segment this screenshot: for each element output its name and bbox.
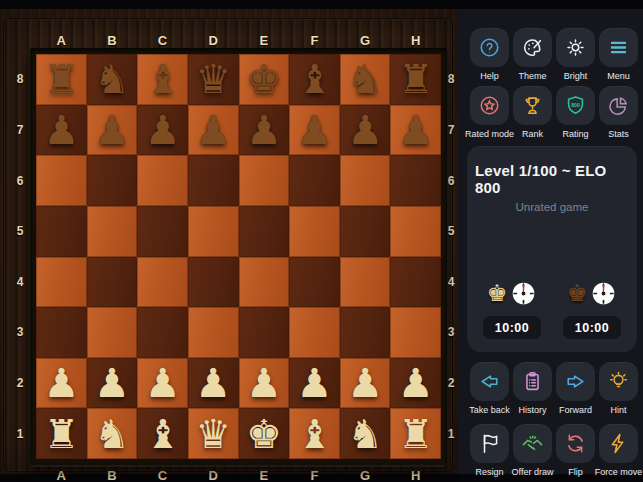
file-label-c: C (137, 467, 188, 482)
piece-black-pawn: ♟ (340, 105, 391, 156)
square-h3[interactable] (390, 307, 441, 358)
white-piece-icon: ♚ (487, 282, 508, 305)
hint-button[interactable] (599, 362, 638, 401)
theme-button[interactable] (513, 28, 552, 67)
file-label-a: A (36, 32, 87, 48)
rank-labels-left: 87654321 (10, 54, 30, 459)
piece-black-pawn: ♟ (239, 105, 290, 156)
white-clock-icon (510, 280, 537, 307)
square-d1[interactable]: ♛ (188, 408, 239, 459)
square-h6[interactable] (390, 155, 441, 206)
offer-draw-button[interactable] (513, 424, 552, 463)
black-clock-group: ♚10:00 (559, 280, 625, 339)
hint-icon (607, 370, 630, 393)
square-d5[interactable] (188, 206, 239, 257)
square-c1[interactable]: ♝ (137, 408, 188, 459)
square-b5[interactable] (87, 206, 138, 257)
app: ABCDEFGH ABCDEFGH 87654321 87654321 ♜♞♝♛… (0, 9, 643, 474)
black-clock-icon (590, 280, 617, 307)
rank-tool: Rank (513, 86, 552, 139)
rank-icon (521, 94, 544, 117)
square-g4[interactable] (340, 257, 391, 308)
menu-icon (607, 36, 630, 59)
rank-label-2: 2 (10, 358, 30, 409)
piece-white-knight: ♞ (340, 408, 391, 459)
file-label-a: A (36, 467, 87, 482)
square-f8[interactable]: ♝ (289, 54, 340, 105)
piece-black-knight: ♞ (340, 54, 391, 105)
square-a7[interactable]: ♟ (36, 105, 87, 156)
square-f6[interactable] (289, 155, 340, 206)
rated-mode-icon (478, 94, 501, 117)
square-h7[interactable]: ♟ (390, 105, 441, 156)
file-labels-bottom: ABCDEFGH (36, 467, 441, 482)
hint-tool: Hint (599, 362, 638, 415)
piece-black-rook: ♜ (36, 54, 87, 105)
rank-label: Rank (522, 129, 543, 139)
stats-label: Stats (608, 129, 629, 139)
square-a4[interactable] (36, 257, 87, 308)
square-c6[interactable] (137, 155, 188, 206)
help-button[interactable] (470, 28, 509, 67)
piece-black-pawn: ♟ (137, 105, 188, 156)
menu-tool: Menu (599, 28, 638, 81)
square-d8[interactable]: ♛ (188, 54, 239, 105)
flip-label: Flip (568, 467, 583, 477)
bright-label: Bright (564, 71, 588, 81)
piece-white-rook: ♜ (390, 408, 441, 459)
toolbar-row-4: ResignOffer drawFlipForce move (470, 424, 638, 477)
square-h5[interactable] (390, 206, 441, 257)
piece-black-king: ♚ (239, 54, 290, 105)
rating-label: Rating (562, 129, 588, 139)
square-b2[interactable]: ♟ (87, 358, 138, 409)
piece-white-queen: ♛ (188, 408, 239, 459)
piece-white-bishop: ♝ (289, 408, 340, 459)
square-g6[interactable] (340, 155, 391, 206)
square-a6[interactable] (36, 155, 87, 206)
square-d6[interactable] (188, 155, 239, 206)
file-label-f: F (289, 32, 340, 48)
square-a3[interactable] (36, 307, 87, 358)
square-a2[interactable]: ♟ (36, 358, 87, 409)
square-f2[interactable]: ♟ (289, 358, 340, 409)
menu-button[interactable] (599, 28, 638, 67)
square-d3[interactable] (188, 307, 239, 358)
piece-white-pawn: ♟ (87, 358, 138, 409)
take-back-label: Take back (469, 405, 510, 415)
offer-draw-label: Offer draw (512, 467, 554, 477)
square-b8[interactable]: ♞ (87, 54, 138, 105)
piece-white-pawn: ♟ (289, 358, 340, 409)
file-label-e: E (239, 32, 290, 48)
piece-black-queen: ♛ (188, 54, 239, 105)
rank-label-8: 8 (10, 54, 30, 105)
force-move-icon (607, 432, 630, 455)
file-label-h: H (390, 467, 441, 482)
rated-mode-button[interactable] (470, 86, 509, 125)
square-b1[interactable]: ♞ (87, 408, 138, 459)
square-c8[interactable]: ♝ (137, 54, 188, 105)
stats-icon (607, 94, 630, 117)
force-move-button[interactable] (599, 424, 638, 463)
rank-label-7: 7 (10, 105, 30, 156)
square-h2[interactable]: ♟ (390, 358, 441, 409)
file-label-e: E (239, 467, 290, 482)
square-h8[interactable]: ♜ (390, 54, 441, 105)
piece-black-knight: ♞ (87, 54, 138, 105)
level-card: Level 1/100 ~ ELO 800 Unrated game ♚10:0… (467, 146, 637, 352)
square-g2[interactable]: ♟ (340, 358, 391, 409)
piece-black-pawn: ♟ (390, 105, 441, 156)
board-bezel: ♜♞♝♛♚♝♞♜♟♟♟♟♟♟♟♟♟♟♟♟♟♟♟♟♜♞♝♛♚♝♞♜ (30, 48, 447, 467)
piece-white-knight: ♞ (87, 408, 138, 459)
file-label-g: G (340, 467, 391, 482)
square-e8[interactable]: ♚ (239, 54, 290, 105)
square-f7[interactable]: ♟ (289, 105, 340, 156)
piece-white-pawn: ♟ (390, 358, 441, 409)
square-c2[interactable]: ♟ (137, 358, 188, 409)
stats-button[interactable] (599, 86, 638, 125)
rank-button[interactable] (513, 86, 552, 125)
black-piece-icon: ♚ (567, 282, 588, 305)
history-icon (521, 370, 544, 393)
file-label-h: H (390, 32, 441, 48)
square-e5[interactable] (239, 206, 290, 257)
square-e7[interactable]: ♟ (239, 105, 290, 156)
rank-label-4: 4 (10, 257, 30, 308)
chess-board: ♜♞♝♛♚♝♞♜♟♟♟♟♟♟♟♟♟♟♟♟♟♟♟♟♜♞♝♛♚♝♞♜ (36, 54, 441, 459)
forward-icon (564, 370, 587, 393)
forward-button[interactable] (556, 362, 595, 401)
history-button[interactable] (513, 362, 552, 401)
flip-icon (564, 432, 587, 455)
flip-tool: Flip (556, 424, 595, 477)
offer-draw-tool: Offer draw (513, 424, 552, 477)
square-h1[interactable]: ♜ (390, 408, 441, 459)
flip-button[interactable] (556, 424, 595, 463)
square-b4[interactable] (87, 257, 138, 308)
piece-black-bishop: ♝ (289, 54, 340, 105)
file-label-d: D (188, 32, 239, 48)
help-label: Help (480, 71, 499, 81)
piece-white-pawn: ♟ (340, 358, 391, 409)
forward-tool: Forward (556, 362, 595, 415)
square-b7[interactable]: ♟ (87, 105, 138, 156)
square-d7[interactable]: ♟ (188, 105, 239, 156)
square-b3[interactable] (87, 307, 138, 358)
bright-icon (564, 36, 587, 59)
hint-label: Hint (610, 405, 626, 415)
rating-button[interactable]: 800 (556, 86, 595, 125)
take-back-button[interactable] (470, 362, 509, 401)
piece-white-pawn: ♟ (36, 358, 87, 409)
file-label-c: C (137, 32, 188, 48)
square-e4[interactable] (239, 257, 290, 308)
history-tool: History (513, 362, 552, 415)
square-g7[interactable]: ♟ (340, 105, 391, 156)
help-icon (478, 36, 501, 59)
file-label-b: B (87, 467, 138, 482)
take-back-icon (478, 370, 501, 393)
white-clock-group: ♚10:00 (479, 280, 545, 339)
help-tool: Help (470, 28, 509, 81)
square-d4[interactable] (188, 257, 239, 308)
piece-black-pawn: ♟ (188, 105, 239, 156)
wood-table: ABCDEFGH ABCDEFGH 87654321 87654321 ♜♞♝♛… (0, 9, 458, 474)
resign-label: Resign (475, 467, 503, 477)
toolbar-row-1: HelpThemeBrightMenu (470, 28, 638, 81)
toolbar-row-3: Take backHistoryForwardHint (470, 362, 638, 415)
piece-black-pawn: ♟ (36, 105, 87, 156)
piece-black-pawn: ♟ (289, 105, 340, 156)
square-g1[interactable]: ♞ (340, 408, 391, 459)
theme-label: Theme (518, 71, 546, 81)
file-label-g: G (340, 32, 391, 48)
square-a1[interactable]: ♜ (36, 408, 87, 459)
file-label-f: F (289, 467, 340, 482)
file-labels-top: ABCDEFGH (36, 32, 441, 48)
right-panel: HelpThemeBrightMenu Rated modeRank800Rat… (458, 9, 643, 474)
level-title: Level 1/100 ~ ELO 800 (475, 162, 629, 196)
rating-tool: 800Rating (556, 86, 595, 139)
rated-mode-tool: Rated mode (470, 86, 509, 139)
square-c7[interactable]: ♟ (137, 105, 188, 156)
white-clock-time: 10:00 (483, 316, 541, 339)
theme-icon (521, 36, 544, 59)
square-f4[interactable] (289, 257, 340, 308)
take-back-tool: Take back (470, 362, 509, 415)
resign-icon (478, 432, 501, 455)
piece-white-pawn: ♟ (137, 358, 188, 409)
forward-label: Forward (559, 405, 592, 415)
piece-white-pawn: ♟ (239, 358, 290, 409)
square-c4[interactable] (137, 257, 188, 308)
square-g8[interactable]: ♞ (340, 54, 391, 105)
rank-label-1: 1 (10, 408, 30, 459)
square-a8[interactable]: ♜ (36, 54, 87, 105)
piece-white-king: ♚ (239, 408, 290, 459)
square-g3[interactable] (340, 307, 391, 358)
black-clock-time: 10:00 (563, 316, 621, 339)
svg-text:800: 800 (571, 102, 580, 108)
square-e3[interactable] (239, 307, 290, 358)
rating-icon: 800 (564, 94, 587, 117)
piece-black-rook: ♜ (390, 54, 441, 105)
piece-black-bishop: ♝ (137, 54, 188, 105)
square-f5[interactable] (289, 206, 340, 257)
piece-white-pawn: ♟ (188, 358, 239, 409)
square-d2[interactable]: ♟ (188, 358, 239, 409)
resign-tool: Resign (470, 424, 509, 477)
history-label: History (518, 405, 546, 415)
stats-tool: Stats (599, 86, 638, 139)
force-move-tool: Force move (599, 424, 638, 477)
rank-label-5: 5 (10, 206, 30, 257)
square-g5[interactable] (340, 206, 391, 257)
game-mode-label: Unrated game (516, 201, 589, 213)
square-c3[interactable] (137, 307, 188, 358)
board-frame: ABCDEFGH ABCDEFGH 87654321 87654321 ♜♞♝♛… (4, 19, 452, 471)
file-label-d: D (188, 467, 239, 482)
theme-tool: Theme (513, 28, 552, 81)
square-a5[interactable] (36, 206, 87, 257)
square-c5[interactable] (137, 206, 188, 257)
square-b6[interactable] (87, 155, 138, 206)
rated-mode-label: Rated mode (465, 129, 514, 139)
square-e1[interactable]: ♚ (239, 408, 290, 459)
rank-label-6: 6 (10, 155, 30, 206)
square-f3[interactable] (289, 307, 340, 358)
bright-tool: Bright (556, 28, 595, 81)
square-h4[interactable] (390, 257, 441, 308)
clocks: ♚10:00♚10:00 (479, 280, 625, 339)
square-e6[interactable] (239, 155, 290, 206)
file-label-b: B (87, 32, 138, 48)
rank-label-3: 3 (10, 307, 30, 358)
resign-button[interactable] (470, 424, 509, 463)
square-e2[interactable]: ♟ (239, 358, 290, 409)
piece-white-bishop: ♝ (137, 408, 188, 459)
square-f1[interactable]: ♝ (289, 408, 340, 459)
toolbar-row-2: Rated modeRank800RatingStats (470, 86, 638, 139)
menu-label: Menu (607, 71, 630, 81)
bright-button[interactable] (556, 28, 595, 67)
force-move-label: Force move (595, 467, 643, 477)
offer-draw-icon (521, 432, 544, 455)
piece-black-pawn: ♟ (87, 105, 138, 156)
piece-white-rook: ♜ (36, 408, 87, 459)
